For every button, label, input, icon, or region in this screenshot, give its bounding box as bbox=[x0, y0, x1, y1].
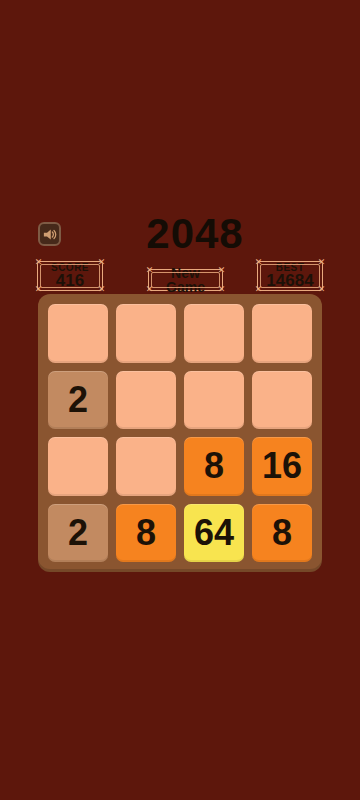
tile-64: 64 bbox=[184, 504, 244, 563]
corner-ornament: ✕ bbox=[145, 266, 154, 275]
best-box: BEST 14684 ✕✕✕✕ bbox=[257, 261, 323, 291]
new-game-label: New Game bbox=[155, 266, 216, 294]
tile-16: 16 bbox=[252, 437, 312, 496]
corner-ornament: ✕ bbox=[254, 258, 263, 267]
corner-ornament: ✕ bbox=[34, 285, 43, 294]
game-title: 2048 bbox=[30, 212, 360, 256]
empty-cell bbox=[184, 304, 244, 363]
corner-ornament: ✕ bbox=[254, 285, 263, 294]
score-box: SCORE 416 ✕✕✕✕ bbox=[37, 261, 103, 291]
corner-ornament: ✕ bbox=[317, 258, 326, 267]
tile-8: 8 bbox=[184, 437, 244, 496]
tile-2: 2 bbox=[48, 504, 108, 563]
corner-ornament: ✕ bbox=[97, 258, 106, 267]
corner-ornament: ✕ bbox=[34, 258, 43, 267]
corner-ornament: ✕ bbox=[217, 266, 226, 275]
empty-cell bbox=[48, 304, 108, 363]
tile-2: 2 bbox=[48, 371, 108, 430]
empty-cell bbox=[252, 304, 312, 363]
corner-ornament: ✕ bbox=[97, 285, 106, 294]
hud-bar: SCORE 416 ✕✕✕✕ New Game ✕✕✕✕ BEST 14684 … bbox=[37, 261, 323, 291]
empty-cell bbox=[184, 371, 244, 430]
corner-ornament: ✕ bbox=[317, 285, 326, 294]
empty-cell bbox=[116, 371, 176, 430]
best-value: 14684 bbox=[266, 273, 313, 289]
score-value: 416 bbox=[56, 273, 84, 289]
empty-cell bbox=[116, 304, 176, 363]
tile-8: 8 bbox=[116, 504, 176, 563]
board[interactable]: 281628648 bbox=[38, 294, 322, 572]
new-game-button[interactable]: New Game ✕✕✕✕ bbox=[148, 269, 223, 291]
app-screen: 2048 SCORE 416 ✕✕✕✕ New Game ✕✕✕✕ BEST 1… bbox=[0, 0, 360, 800]
tile-8: 8 bbox=[252, 504, 312, 563]
empty-cell bbox=[116, 437, 176, 496]
corner-ornament: ✕ bbox=[145, 285, 154, 294]
empty-cell bbox=[252, 371, 312, 430]
empty-cell bbox=[48, 437, 108, 496]
corner-ornament: ✕ bbox=[217, 285, 226, 294]
